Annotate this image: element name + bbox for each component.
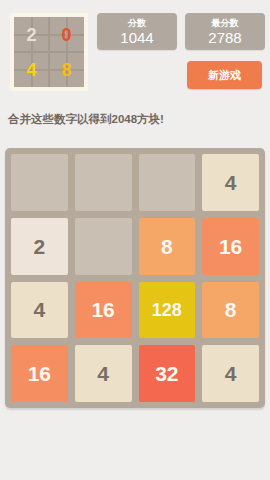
logo-grid-line	[14, 34, 84, 36]
tile-8: 8	[202, 282, 259, 339]
logo-grid-line	[14, 69, 84, 71]
tile-4: 4	[202, 154, 259, 211]
logo-2048: 2048	[10, 13, 88, 91]
tile-2: 2	[11, 218, 68, 275]
empty-cell	[75, 218, 132, 275]
tile-8: 8	[139, 218, 196, 275]
game-board[interactable]: 428164161288164324	[5, 148, 265, 408]
tile-4: 4	[202, 345, 259, 402]
tile-4: 4	[11, 282, 68, 339]
empty-cell	[75, 154, 132, 211]
2048-app: 2048 分数 1044 最分数 2788 新游戏 合并这些数字以得到2048方…	[0, 0, 270, 480]
new-game-button[interactable]: 新游戏	[187, 61, 262, 89]
empty-cell	[139, 154, 196, 211]
tile-128: 128	[139, 282, 196, 339]
tile-4: 4	[75, 345, 132, 402]
tile-16: 16	[75, 282, 132, 339]
score-value: 1044	[120, 29, 153, 46]
logo-digit-0: 0	[61, 26, 71, 44]
best-score-value: 2788	[208, 29, 241, 46]
tile-16: 16	[11, 345, 68, 402]
logo-digit-8: 8	[61, 61, 71, 79]
score-box: 分数 1044	[97, 13, 177, 50]
logo-grid-line	[14, 51, 84, 53]
empty-cell	[11, 154, 68, 211]
best-score-label: 最分数	[212, 18, 239, 29]
best-score-box: 最分数 2788	[185, 13, 265, 50]
tile-32: 32	[139, 345, 196, 402]
instruction-text: 合并这些数字以得到2048方块!	[8, 112, 262, 126]
score-label: 分数	[128, 18, 146, 29]
tile-16: 16	[202, 218, 259, 275]
logo-digit-2: 2	[26, 26, 36, 44]
logo-digit-4: 4	[26, 61, 36, 79]
